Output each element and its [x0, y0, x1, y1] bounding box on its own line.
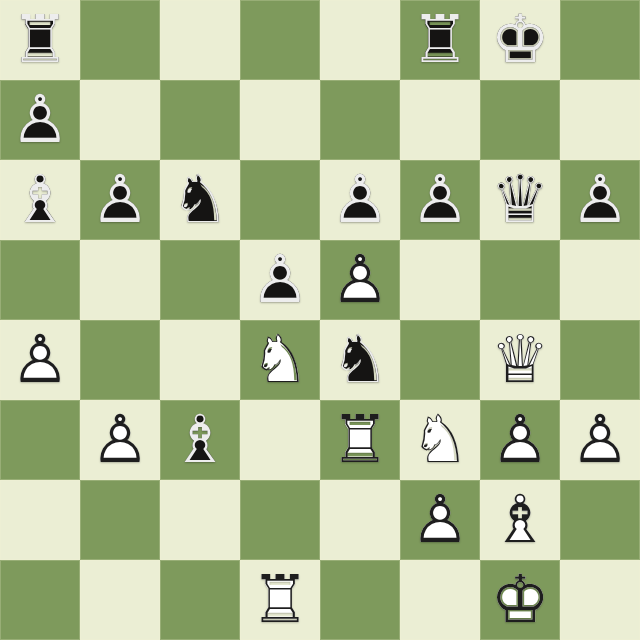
piece-glyph-outline: ♙ — [320, 160, 400, 240]
piece-glyph-outline: ♙ — [320, 240, 400, 320]
square-h1[interactable] — [560, 560, 640, 640]
piece-glyph-outline: ♗ — [160, 400, 240, 480]
square-c6[interactable]: ♞♘ — [160, 160, 240, 240]
square-d8[interactable] — [240, 0, 320, 80]
piece-glyph-outline: ♕ — [480, 160, 560, 240]
square-f7[interactable] — [400, 80, 480, 160]
square-e8[interactable] — [320, 0, 400, 80]
square-b5[interactable] — [80, 240, 160, 320]
piece-glyph-outline: ♙ — [240, 240, 320, 320]
piece-black-bishop[interactable]: ♝♗ — [0, 160, 80, 240]
square-a3[interactable] — [0, 400, 80, 480]
square-g8[interactable]: ♚♔ — [480, 0, 560, 80]
square-h2[interactable] — [560, 480, 640, 560]
chess-board: ♜♖♜♖♚♔♟♙♝♗♟♙♞♘♟♙♟♙♛♕♟♙♟♙♟♙♟♙♞♘♞♘♛♕♟♙♝♗♜♖… — [0, 0, 640, 640]
square-c3[interactable]: ♝♗ — [160, 400, 240, 480]
square-f1[interactable] — [400, 560, 480, 640]
piece-glyph-outline: ♘ — [160, 160, 240, 240]
square-h8[interactable] — [560, 0, 640, 80]
square-f5[interactable] — [400, 240, 480, 320]
square-b1[interactable] — [80, 560, 160, 640]
piece-glyph-outline: ♘ — [320, 320, 400, 400]
square-c2[interactable] — [160, 480, 240, 560]
square-c4[interactable] — [160, 320, 240, 400]
square-g6[interactable]: ♛♕ — [480, 160, 560, 240]
piece-white-pawn[interactable]: ♟♙ — [80, 400, 160, 480]
piece-white-rook[interactable]: ♜♖ — [240, 560, 320, 640]
piece-glyph-outline: ♙ — [400, 160, 480, 240]
square-c7[interactable] — [160, 80, 240, 160]
square-d7[interactable] — [240, 80, 320, 160]
square-g1[interactable]: ♚♔ — [480, 560, 560, 640]
square-b2[interactable] — [80, 480, 160, 560]
piece-white-pawn[interactable]: ♟♙ — [0, 320, 80, 400]
piece-white-king[interactable]: ♚♔ — [480, 560, 560, 640]
square-a2[interactable] — [0, 480, 80, 560]
piece-black-pawn[interactable]: ♟♙ — [0, 80, 80, 160]
piece-glyph-outline: ♕ — [480, 320, 560, 400]
piece-glyph-outline: ♖ — [0, 0, 80, 80]
square-g3[interactable]: ♟♙ — [480, 400, 560, 480]
square-b7[interactable] — [80, 80, 160, 160]
square-a4[interactable]: ♟♙ — [0, 320, 80, 400]
piece-white-pawn[interactable]: ♟♙ — [480, 400, 560, 480]
square-d2[interactable] — [240, 480, 320, 560]
piece-black-pawn[interactable]: ♟♙ — [400, 160, 480, 240]
piece-glyph-outline: ♔ — [480, 0, 560, 80]
square-d5[interactable]: ♟♙ — [240, 240, 320, 320]
square-b3[interactable]: ♟♙ — [80, 400, 160, 480]
square-a1[interactable] — [0, 560, 80, 640]
piece-white-knight[interactable]: ♞♘ — [240, 320, 320, 400]
square-f3[interactable]: ♞♘ — [400, 400, 480, 480]
piece-white-pawn[interactable]: ♟♙ — [320, 240, 400, 320]
piece-glyph-outline: ♙ — [400, 480, 480, 560]
square-g2[interactable]: ♝♗ — [480, 480, 560, 560]
piece-white-queen[interactable]: ♛♕ — [480, 320, 560, 400]
square-d1[interactable]: ♜♖ — [240, 560, 320, 640]
square-h3[interactable]: ♟♙ — [560, 400, 640, 480]
piece-glyph-outline: ♗ — [480, 480, 560, 560]
square-g5[interactable] — [480, 240, 560, 320]
piece-glyph-outline: ♙ — [480, 400, 560, 480]
square-e5[interactable]: ♟♙ — [320, 240, 400, 320]
piece-glyph-outline: ♙ — [0, 80, 80, 160]
square-e2[interactable] — [320, 480, 400, 560]
piece-glyph-outline: ♙ — [0, 320, 80, 400]
piece-glyph-outline: ♖ — [320, 400, 400, 480]
piece-glyph-outline: ♘ — [400, 400, 480, 480]
piece-glyph-outline: ♖ — [240, 560, 320, 640]
square-c8[interactable] — [160, 0, 240, 80]
piece-black-knight[interactable]: ♞♘ — [320, 320, 400, 400]
square-a5[interactable] — [0, 240, 80, 320]
square-h5[interactable] — [560, 240, 640, 320]
piece-black-rook[interactable]: ♜♖ — [0, 0, 80, 80]
square-d6[interactable] — [240, 160, 320, 240]
square-e4[interactable]: ♞♘ — [320, 320, 400, 400]
piece-glyph-outline: ♙ — [80, 400, 160, 480]
square-e1[interactable] — [320, 560, 400, 640]
square-a7[interactable]: ♟♙ — [0, 80, 80, 160]
square-e3[interactable]: ♜♖ — [320, 400, 400, 480]
square-h6[interactable]: ♟♙ — [560, 160, 640, 240]
square-e6[interactable]: ♟♙ — [320, 160, 400, 240]
piece-black-pawn[interactable]: ♟♙ — [320, 160, 400, 240]
piece-black-pawn[interactable]: ♟♙ — [80, 160, 160, 240]
piece-glyph-outline: ♙ — [560, 400, 640, 480]
square-d3[interactable] — [240, 400, 320, 480]
piece-white-rook[interactable]: ♜♖ — [320, 400, 400, 480]
piece-glyph-outline: ♖ — [400, 0, 480, 80]
piece-white-knight[interactable]: ♞♘ — [400, 400, 480, 480]
piece-white-bishop[interactable]: ♝♗ — [480, 480, 560, 560]
square-b6[interactable]: ♟♙ — [80, 160, 160, 240]
piece-black-pawn[interactable]: ♟♙ — [240, 240, 320, 320]
square-b8[interactable] — [80, 0, 160, 80]
piece-glyph-outline: ♘ — [240, 320, 320, 400]
square-g7[interactable] — [480, 80, 560, 160]
piece-glyph-outline: ♔ — [480, 560, 560, 640]
piece-glyph-outline: ♙ — [80, 160, 160, 240]
piece-black-bishop[interactable]: ♝♗ — [160, 400, 240, 480]
square-f4[interactable] — [400, 320, 480, 400]
square-g4[interactable]: ♛♕ — [480, 320, 560, 400]
square-f8[interactable]: ♜♖ — [400, 0, 480, 80]
piece-glyph-outline: ♗ — [0, 160, 80, 240]
square-a8[interactable]: ♜♖ — [0, 0, 80, 80]
square-d4[interactable]: ♞♘ — [240, 320, 320, 400]
square-b4[interactable] — [80, 320, 160, 400]
piece-white-pawn[interactable]: ♟♙ — [400, 480, 480, 560]
piece-black-rook[interactable]: ♜♖ — [400, 0, 480, 80]
square-f2[interactable]: ♟♙ — [400, 480, 480, 560]
piece-white-pawn[interactable]: ♟♙ — [560, 400, 640, 480]
piece-black-queen[interactable]: ♛♕ — [480, 160, 560, 240]
square-f6[interactable]: ♟♙ — [400, 160, 480, 240]
square-a6[interactable]: ♝♗ — [0, 160, 80, 240]
piece-glyph-outline: ♙ — [560, 160, 640, 240]
piece-black-knight[interactable]: ♞♘ — [160, 160, 240, 240]
square-h4[interactable] — [560, 320, 640, 400]
square-c5[interactable] — [160, 240, 240, 320]
square-e7[interactable] — [320, 80, 400, 160]
piece-black-king[interactable]: ♚♔ — [480, 0, 560, 80]
square-h7[interactable] — [560, 80, 640, 160]
square-c1[interactable] — [160, 560, 240, 640]
piece-black-pawn[interactable]: ♟♙ — [560, 160, 640, 240]
